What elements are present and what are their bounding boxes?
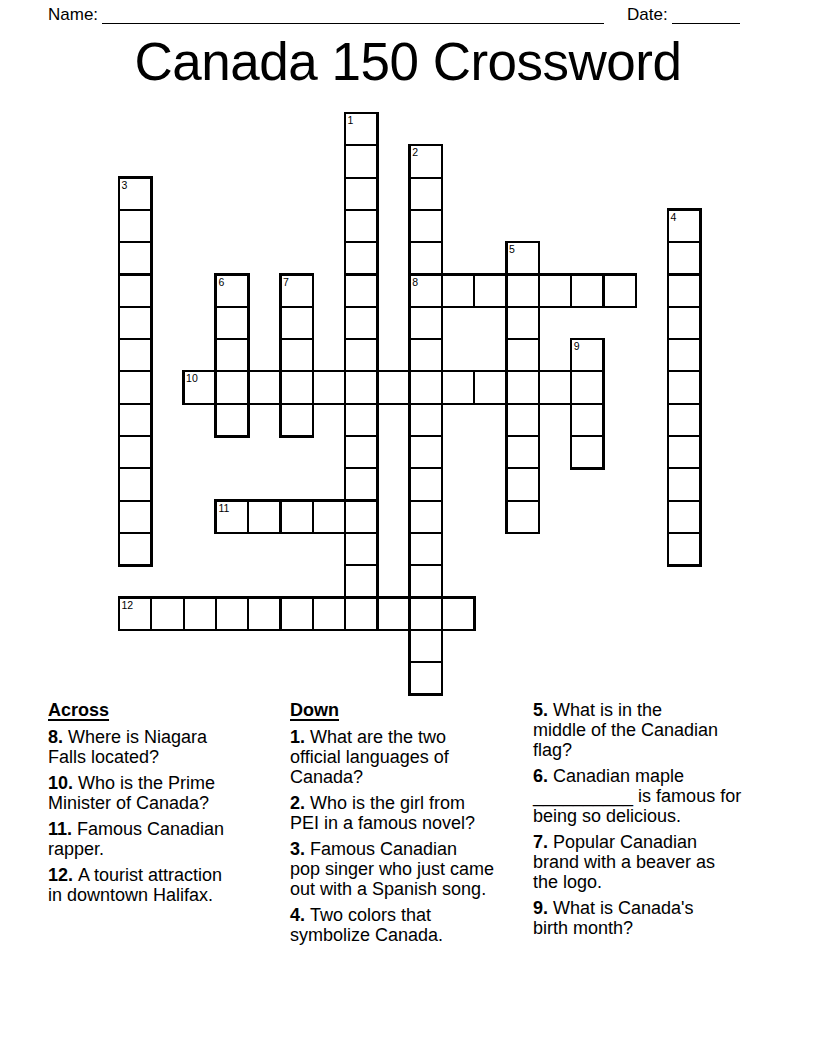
clue-number: 6. — [533, 766, 548, 786]
crossword-cell[interactable] — [344, 241, 378, 275]
crossword-cell[interactable] — [409, 597, 443, 631]
crossword-cell[interactable] — [344, 209, 378, 243]
crossword-cell[interactable] — [280, 306, 314, 340]
crossword-cell[interactable] — [506, 306, 540, 340]
clue-number-7: 7 — [283, 277, 289, 288]
crossword-cell[interactable] — [667, 241, 701, 275]
crossword-cell[interactable] — [344, 532, 378, 566]
crossword-cell[interactable] — [280, 500, 314, 534]
crossword-cell[interactable] — [280, 403, 314, 437]
clue-number-5: 5 — [509, 244, 515, 255]
crossword-cell[interactable] — [409, 500, 443, 534]
down-clues-list-1: 1.What are the two official languages of… — [290, 727, 535, 945]
clue-text: A tourist attraction in downtown Halifax… — [48, 865, 222, 905]
down-clues-column-2: 5.What is in the middle of the Canadian … — [533, 700, 768, 944]
crossword-cell[interactable] — [118, 500, 152, 534]
crossword-cell[interactable] — [344, 467, 378, 501]
crossword-cell[interactable] — [441, 597, 475, 631]
crossword-cell[interactable] — [570, 370, 604, 404]
clue-text: Popular Canadian brand with a beaver as … — [533, 832, 715, 892]
crossword-cell[interactable] — [344, 597, 378, 631]
crossword-cell[interactable] — [506, 500, 540, 534]
crossword-cell[interactable] — [506, 274, 540, 308]
clue-number: 12. — [48, 865, 73, 885]
clue-5: 5.What is in the middle of the Canadian … — [533, 700, 768, 760]
crossword-cell[interactable] — [506, 467, 540, 501]
crossword-cell[interactable] — [215, 597, 249, 631]
crossword-cell[interactable] — [344, 274, 378, 308]
crossword-cell[interactable] — [118, 274, 152, 308]
clue-number-3: 3 — [122, 180, 128, 191]
clue-text: Where is Niagara Falls located? — [48, 727, 207, 767]
clue-number-2: 2 — [412, 147, 418, 158]
page-title: Canada 150 Crossword — [0, 33, 816, 91]
clue-number-8: 8 — [412, 277, 418, 288]
crossword-cell[interactable] — [441, 274, 475, 308]
crossword-cell[interactable] — [215, 338, 249, 372]
clue-number: 5. — [533, 700, 548, 720]
crossword-cell[interactable] — [409, 403, 443, 437]
crossword-cell[interactable] — [570, 274, 604, 308]
clue-11: 11.Famous Canadian rapper. — [48, 819, 280, 859]
clue-number-10: 10 — [186, 373, 198, 384]
crossword-cell[interactable] — [506, 370, 540, 404]
clue-number: 8. — [48, 727, 63, 747]
clue-number-4: 4 — [671, 212, 677, 223]
crossword-cell[interactable] — [667, 306, 701, 340]
crossword-cell[interactable] — [118, 338, 152, 372]
crossword-cell[interactable] — [118, 306, 152, 340]
clue-number-1: 1 — [348, 115, 354, 126]
crossword-cell[interactable] — [344, 177, 378, 211]
clue-12: 12.A tourist attraction in downtown Hali… — [48, 865, 280, 905]
crossword-cell[interactable] — [344, 403, 378, 437]
clue-number: 3. — [290, 839, 305, 859]
clue-8: 8.Where is Niagara Falls located? — [48, 727, 280, 767]
clue-text: What are the two official languages of C… — [290, 727, 449, 787]
clue-text: Canadian maple __________ is famous for … — [533, 766, 741, 826]
crossword-cell[interactable] — [312, 597, 346, 631]
crossword-cell[interactable] — [506, 435, 540, 469]
crossword-cell[interactable] — [280, 338, 314, 372]
crossword-cell[interactable] — [667, 403, 701, 437]
crossword-cell[interactable] — [409, 338, 443, 372]
crossword-cell[interactable] — [247, 500, 281, 534]
crossword-cell[interactable] — [312, 500, 346, 534]
crossword-cell[interactable] — [247, 597, 281, 631]
crossword-cell[interactable] — [344, 500, 378, 534]
name-blank-line[interactable] — [102, 23, 604, 24]
clue-7: 7.Popular Canadian brand with a beaver a… — [533, 832, 768, 892]
crossword-cell[interactable] — [344, 435, 378, 469]
clue-4: 4.Two colors that symbolize Canada. — [290, 905, 535, 945]
crossword-cell[interactable] — [409, 241, 443, 275]
crossword-cell[interactable] — [118, 403, 152, 437]
crossword-cell[interactable] — [667, 370, 701, 404]
crossword-cell[interactable] — [667, 532, 701, 566]
crossword-cell[interactable] — [118, 209, 152, 243]
crossword-cell[interactable] — [570, 403, 604, 437]
clue-text: Famous Canadian pop singer who just came… — [290, 839, 494, 899]
date-blank-line[interactable] — [672, 23, 740, 24]
clue-10: 10.Who is the Prime Minister of Canada? — [48, 773, 280, 813]
clue-number-9: 9 — [574, 341, 580, 352]
crossword-cell[interactable] — [667, 500, 701, 534]
crossword-cell[interactable] — [118, 532, 152, 566]
clue-1: 1.What are the two official languages of… — [290, 727, 535, 787]
clue-text: What is in the middle of the Canadian fl… — [533, 700, 718, 760]
crossword-cell[interactable] — [280, 370, 314, 404]
clue-number: 9. — [533, 898, 548, 918]
clue-number: 10. — [48, 773, 73, 793]
clue-text: Famous Canadian rapper. — [48, 819, 224, 859]
clue-number-6: 6 — [218, 277, 224, 288]
crossword-cell[interactable] — [118, 241, 152, 275]
across-clues-column: Across 8.Where is Niagara Falls located?… — [48, 700, 280, 911]
crossword-cell[interactable] — [506, 403, 540, 437]
crossword-cell[interactable] — [344, 338, 378, 372]
crossword-cell[interactable] — [409, 370, 443, 404]
crossword-cell[interactable] — [409, 629, 443, 663]
clue-3: 3.Famous Canadian pop singer who just ca… — [290, 839, 535, 899]
crossword-cell[interactable] — [473, 370, 507, 404]
crossword-cell[interactable] — [409, 564, 443, 598]
crossword-cell[interactable] — [247, 370, 281, 404]
clue-text: Who is the Prime Minister of Canada? — [48, 773, 215, 813]
clue-text: What is Canada's birth month? — [533, 898, 694, 938]
across-header: Across — [48, 700, 280, 720]
worksheet-page: Name: Date: Canada 150 Crossword 1234567… — [0, 0, 816, 1056]
crossword-cell[interactable] — [570, 435, 604, 469]
clue-text: Two colors that symbolize Canada. — [290, 905, 443, 945]
down-header: Down — [290, 700, 535, 720]
across-clues-list: 8.Where is Niagara Falls located?10.Who … — [48, 727, 280, 905]
name-label: Name: — [48, 5, 98, 24]
crossword-cell[interactable] — [344, 370, 378, 404]
crossword-cell[interactable] — [215, 403, 249, 437]
clue-number-11: 11 — [218, 503, 229, 514]
crossword-cell[interactable] — [667, 435, 701, 469]
crossword-cell[interactable] — [409, 467, 443, 501]
crossword-cell[interactable] — [344, 306, 378, 340]
crossword-cell[interactable] — [409, 435, 443, 469]
crossword-cell[interactable] — [118, 370, 152, 404]
clue-6: 6.Canadian maple __________ is famous fo… — [533, 766, 768, 826]
clue-text: Who is the girl from PEI in a famous nov… — [290, 793, 475, 833]
crossword-grid: 123456789101112 — [118, 112, 704, 698]
crossword-cell[interactable] — [312, 370, 346, 404]
crossword-cell[interactable] — [344, 144, 378, 178]
clue-number: 4. — [290, 905, 305, 925]
crossword-cell[interactable] — [376, 597, 410, 631]
down-clues-list-2: 5.What is in the middle of the Canadian … — [533, 700, 768, 938]
clue-number: 7. — [533, 832, 548, 852]
clue-number: 11. — [48, 819, 72, 839]
clue-2: 2.Who is the girl from PEI in a famous n… — [290, 793, 535, 833]
crossword-cell[interactable] — [118, 467, 152, 501]
crossword-cell[interactable] — [667, 338, 701, 372]
crossword-cell[interactable] — [118, 435, 152, 469]
down-clues-column-1: Down 1.What are the two official languag… — [290, 700, 535, 951]
clue-9: 9.What is Canada's birth month? — [533, 898, 768, 938]
crossword-cell[interactable] — [280, 597, 314, 631]
crossword-cell[interactable] — [409, 209, 443, 243]
crossword-cell[interactable] — [183, 597, 217, 631]
clue-number-12: 12 — [122, 600, 134, 611]
crossword-cell[interactable] — [506, 338, 540, 372]
clue-number: 2. — [290, 793, 305, 813]
crossword-cell[interactable] — [667, 467, 701, 501]
clue-number: 1. — [290, 727, 305, 747]
crossword-cell[interactable] — [603, 274, 637, 308]
crossword-cell[interactable] — [409, 532, 443, 566]
crossword-cell[interactable] — [409, 306, 443, 340]
crossword-cell[interactable] — [667, 274, 701, 308]
crossword-cell[interactable] — [344, 564, 378, 598]
crossword-cell[interactable] — [409, 177, 443, 211]
crossword-cell[interactable] — [215, 370, 249, 404]
crossword-cell[interactable] — [538, 274, 572, 308]
crossword-cell[interactable] — [473, 274, 507, 308]
crossword-cell[interactable] — [150, 597, 184, 631]
crossword-cell[interactable] — [441, 370, 475, 404]
crossword-cell[interactable] — [409, 661, 443, 695]
date-label: Date: — [627, 5, 668, 24]
crossword-cell[interactable] — [215, 306, 249, 340]
crossword-cell[interactable] — [538, 370, 572, 404]
crossword-cell[interactable] — [376, 370, 410, 404]
